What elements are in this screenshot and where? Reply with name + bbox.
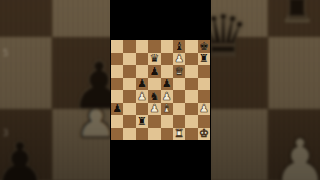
square-a8	[111, 40, 123, 53]
white-bishop: ♝	[162, 103, 172, 114]
square-g6	[185, 65, 197, 78]
black-rook: ♜	[137, 115, 147, 126]
square-h4	[198, 90, 210, 103]
square-d5	[148, 78, 160, 91]
square-b7	[123, 53, 135, 66]
square-f1: ♜	[173, 128, 185, 141]
square-d2	[148, 115, 160, 128]
black-pawn: ♟	[137, 78, 147, 89]
square-f5	[173, 78, 185, 91]
white-rook: ♜	[174, 128, 184, 139]
black-queen: ♛	[149, 53, 159, 64]
black-knight: ♞	[149, 90, 159, 101]
square-e7	[161, 53, 173, 66]
white-pawn: ♟	[174, 53, 184, 64]
square-b2	[123, 115, 135, 128]
square-e2	[161, 115, 173, 128]
square-a1	[111, 128, 123, 141]
square-c6	[136, 65, 148, 78]
white-pawn: ♟	[149, 103, 159, 114]
chess-board: ♝♚♛♟♜♟♛♟♟♟♞♟♟♟♝♟♜♜♚	[111, 40, 210, 140]
square-a4	[111, 90, 123, 103]
square-c5: ♟	[136, 78, 148, 91]
square-c2: ♜	[136, 115, 148, 128]
square-c3	[136, 103, 148, 116]
white-king: ♚	[199, 128, 209, 139]
square-f7: ♟	[173, 53, 185, 66]
square-g4	[185, 90, 197, 103]
square-g2	[185, 115, 197, 128]
video-content-strip: ♝♚♛♟♜♟♛♟♟♟♞♟♟♟♝♟♜♜♚	[110, 0, 211, 180]
square-d4: ♞	[148, 90, 160, 103]
square-c7	[136, 53, 148, 66]
square-c4: ♟	[136, 90, 148, 103]
black-rook: ♜	[199, 53, 209, 64]
square-g8	[185, 40, 197, 53]
black-king: ♚	[199, 40, 209, 51]
square-b4	[123, 90, 135, 103]
square-e4: ♟	[161, 90, 173, 103]
black-pawn: ♟	[149, 65, 159, 76]
square-d7: ♛	[148, 53, 160, 66]
square-e5: ♟	[161, 78, 173, 91]
square-g5	[185, 78, 197, 91]
square-g7	[185, 53, 197, 66]
square-d1	[148, 128, 160, 141]
square-b3	[123, 103, 135, 116]
white-pawn: ♟	[137, 90, 147, 101]
square-e1	[161, 128, 173, 141]
square-h7: ♜	[198, 53, 210, 66]
square-h8: ♚	[198, 40, 210, 53]
square-a7	[111, 53, 123, 66]
square-d6: ♟	[148, 65, 160, 78]
square-f8: ♝	[173, 40, 185, 53]
square-f2	[173, 115, 185, 128]
square-e6	[161, 65, 173, 78]
square-h2	[198, 115, 210, 128]
square-a2	[111, 115, 123, 128]
black-pawn: ♟	[112, 103, 122, 114]
black-bishop: ♝	[174, 40, 184, 51]
square-g3	[185, 103, 197, 116]
square-c1	[136, 128, 148, 141]
square-a5	[111, 78, 123, 91]
square-e3: ♝	[161, 103, 173, 116]
video-frame[interactable]: ♟♟♛♜♟♟ 53 ♝♚♛♟♜♟♛♟♟♟♞♟♟♟♝♟♜♜♚	[0, 0, 320, 180]
square-g1	[185, 128, 197, 141]
white-pawn: ♟	[199, 103, 209, 114]
square-f4	[173, 90, 185, 103]
square-f3	[173, 103, 185, 116]
square-b1	[123, 128, 135, 141]
white-queen: ♛	[174, 65, 184, 76]
white-pawn: ♟	[162, 90, 172, 101]
square-h5	[198, 78, 210, 91]
square-h3: ♟	[198, 103, 210, 116]
square-a3: ♟	[111, 103, 123, 116]
square-e8	[161, 40, 173, 53]
square-b8	[123, 40, 135, 53]
black-pawn: ♟	[162, 78, 172, 89]
square-a6	[111, 65, 123, 78]
square-b5	[123, 78, 135, 91]
square-b6	[123, 65, 135, 78]
square-d8	[148, 40, 160, 53]
square-h6	[198, 65, 210, 78]
square-h1: ♚	[198, 128, 210, 141]
square-f6: ♛	[173, 65, 185, 78]
square-d3: ♟	[148, 103, 160, 116]
square-c8	[136, 40, 148, 53]
